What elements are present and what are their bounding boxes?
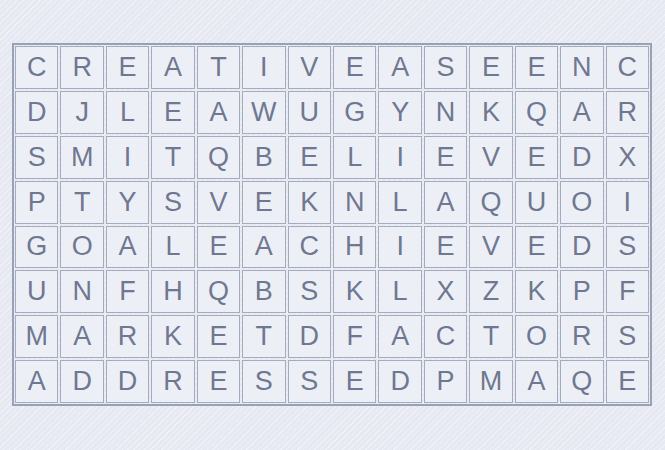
grid-cell-r7c13[interactable]: R — [560, 315, 603, 358]
grid-cell-r4c11[interactable]: Q — [469, 181, 512, 224]
grid-cell-r2c10[interactable]: N — [424, 91, 467, 134]
grid-cell-r1c1[interactable]: C — [15, 46, 58, 89]
grid-cell-r6c11[interactable]: Z — [469, 270, 512, 313]
grid-cell-r8c12[interactable]: A — [515, 360, 558, 403]
grid-cell-r2c2[interactable]: J — [60, 91, 103, 134]
grid-cell-r7c8[interactable]: F — [333, 315, 376, 358]
grid-cell-r4c10[interactable]: A — [424, 181, 467, 224]
grid-cell-r6c5[interactable]: Q — [197, 270, 240, 313]
grid-cell-r2c9[interactable]: Y — [378, 91, 421, 134]
grid-cell-r8c8[interactable]: E — [333, 360, 376, 403]
grid-cell-r3c6[interactable]: B — [242, 136, 285, 179]
grid-cell-r7c2[interactable]: A — [60, 315, 103, 358]
grid-cell-r8c10[interactable]: P — [424, 360, 467, 403]
grid-cell-r5c8[interactable]: H — [333, 226, 376, 269]
grid-cell-r2c6[interactable]: W — [242, 91, 285, 134]
grid-cell-r1c2[interactable]: R — [60, 46, 103, 89]
grid-cell-r1c13[interactable]: N — [560, 46, 603, 89]
grid-cell-r5c9[interactable]: I — [378, 226, 421, 269]
grid-cell-r2c8[interactable]: G — [333, 91, 376, 134]
grid-cell-r5c12[interactable]: E — [515, 226, 558, 269]
grid-cell-r3c1[interactable]: S — [15, 136, 58, 179]
grid-cell-r4c9[interactable]: L — [378, 181, 421, 224]
grid-cell-r6c4[interactable]: H — [151, 270, 194, 313]
grid-cell-r4c5[interactable]: V — [197, 181, 240, 224]
grid-cell-r2c7[interactable]: U — [288, 91, 331, 134]
grid-cell-r4c14[interactable]: I — [606, 181, 649, 224]
grid-cell-r7c14[interactable]: S — [606, 315, 649, 358]
grid-cell-r7c5[interactable]: E — [197, 315, 240, 358]
grid-cell-r3c14[interactable]: X — [606, 136, 649, 179]
grid-cell-r5c4[interactable]: L — [151, 226, 194, 269]
grid-cell-r3c9[interactable]: I — [378, 136, 421, 179]
word-search-grid: CREATIVEASEENCDJLEAWUGYNKQARSMITQBELIEVE… — [12, 43, 652, 406]
grid-cell-r2c12[interactable]: Q — [515, 91, 558, 134]
grid-cell-r1c14[interactable]: C — [606, 46, 649, 89]
grid-cell-r6c12[interactable]: K — [515, 270, 558, 313]
grid-cell-r2c5[interactable]: A — [197, 91, 240, 134]
grid-cell-r1c6[interactable]: I — [242, 46, 285, 89]
grid-cell-r4c1[interactable]: P — [15, 181, 58, 224]
grid-cell-r2c13[interactable]: A — [560, 91, 603, 134]
grid-cell-r2c4[interactable]: E — [151, 91, 194, 134]
grid-cell-r2c11[interactable]: K — [469, 91, 512, 134]
grid-cell-r8c6[interactable]: S — [242, 360, 285, 403]
grid-cell-r5c11[interactable]: V — [469, 226, 512, 269]
grid-cell-r8c14[interactable]: E — [606, 360, 649, 403]
grid-cell-r4c12[interactable]: U — [515, 181, 558, 224]
grid-cell-r4c6[interactable]: E — [242, 181, 285, 224]
grid-cell-r3c12[interactable]: E — [515, 136, 558, 179]
grid-cell-r6c2[interactable]: N — [60, 270, 103, 313]
grid-cell-r8c9[interactable]: D — [378, 360, 421, 403]
grid-cell-r8c3[interactable]: D — [106, 360, 149, 403]
grid-cell-r6c6[interactable]: B — [242, 270, 285, 313]
grid-cell-r7c4[interactable]: K — [151, 315, 194, 358]
grid-cell-r4c13[interactable]: O — [560, 181, 603, 224]
grid-cell-r1c11[interactable]: E — [469, 46, 512, 89]
grid-cell-r7c3[interactable]: R — [106, 315, 149, 358]
grid-cell-r6c7[interactable]: S — [288, 270, 331, 313]
grid-cell-r5c1[interactable]: G — [15, 226, 58, 269]
grid-cell-r2c14[interactable]: R — [606, 91, 649, 134]
grid-cell-r2c3[interactable]: L — [106, 91, 149, 134]
grid-cell-r3c3[interactable]: I — [106, 136, 149, 179]
grid-cell-r7c12[interactable]: O — [515, 315, 558, 358]
grid-cell-r7c9[interactable]: A — [378, 315, 421, 358]
grid-cell-r1c8[interactable]: E — [333, 46, 376, 89]
grid-cell-r6c1[interactable]: U — [15, 270, 58, 313]
grid-cell-r8c7[interactable]: S — [288, 360, 331, 403]
grid-cell-r4c3[interactable]: Y — [106, 181, 149, 224]
grid-cell-r5c13[interactable]: D — [560, 226, 603, 269]
grid-cell-r5c5[interactable]: E — [197, 226, 240, 269]
grid-cell-r1c12[interactable]: E — [515, 46, 558, 89]
grid-cell-r8c13[interactable]: Q — [560, 360, 603, 403]
grid-cell-r7c7[interactable]: D — [288, 315, 331, 358]
grid-cell-r8c1[interactable]: A — [15, 360, 58, 403]
grid-cell-r1c10[interactable]: S — [424, 46, 467, 89]
grid-cell-r4c7[interactable]: K — [288, 181, 331, 224]
grid-cell-r3c10[interactable]: E — [424, 136, 467, 179]
grid-cell-r5c10[interactable]: E — [424, 226, 467, 269]
grid-cell-r6c8[interactable]: K — [333, 270, 376, 313]
grid-cell-r1c4[interactable]: A — [151, 46, 194, 89]
grid-cell-r1c9[interactable]: A — [378, 46, 421, 89]
grid-cell-r7c1[interactable]: M — [15, 315, 58, 358]
grid-cell-r3c2[interactable]: M — [60, 136, 103, 179]
grid-cell-r3c8[interactable]: L — [333, 136, 376, 179]
grid-cell-r6c14[interactable]: F — [606, 270, 649, 313]
grid-cell-r5c6[interactable]: A — [242, 226, 285, 269]
grid-cell-r3c13[interactable]: D — [560, 136, 603, 179]
grid-cell-r8c2[interactable]: D — [60, 360, 103, 403]
grid-cell-r6c10[interactable]: X — [424, 270, 467, 313]
grid-cell-r5c14[interactable]: S — [606, 226, 649, 269]
grid-cell-r1c5[interactable]: T — [197, 46, 240, 89]
grid-cell-r7c10[interactable]: C — [424, 315, 467, 358]
grid-cell-r6c9[interactable]: L — [378, 270, 421, 313]
grid-cell-r3c5[interactable]: Q — [197, 136, 240, 179]
grid-cell-r1c7[interactable]: V — [288, 46, 331, 89]
grid-cell-r3c4[interactable]: T — [151, 136, 194, 179]
grid-cell-r8c5[interactable]: E — [197, 360, 240, 403]
grid-cell-r8c4[interactable]: R — [151, 360, 194, 403]
grid-cell-r5c3[interactable]: A — [106, 226, 149, 269]
grid-cell-r6c13[interactable]: P — [560, 270, 603, 313]
grid-cell-r7c11[interactable]: T — [469, 315, 512, 358]
grid-cell-r8c11[interactable]: M — [469, 360, 512, 403]
grid-cell-r7c6[interactable]: T — [242, 315, 285, 358]
grid-cell-r3c7[interactable]: E — [288, 136, 331, 179]
grid-cell-r4c2[interactable]: T — [60, 181, 103, 224]
grid-cell-r5c2[interactable]: O — [60, 226, 103, 269]
grid-cell-r3c11[interactable]: V — [469, 136, 512, 179]
grid-cell-r1c3[interactable]: E — [106, 46, 149, 89]
grid-cell-r4c4[interactable]: S — [151, 181, 194, 224]
grid-cell-r5c7[interactable]: C — [288, 226, 331, 269]
grid-cell-r2c1[interactable]: D — [15, 91, 58, 134]
grid-cell-r4c8[interactable]: N — [333, 181, 376, 224]
grid-cell-r6c3[interactable]: F — [106, 270, 149, 313]
